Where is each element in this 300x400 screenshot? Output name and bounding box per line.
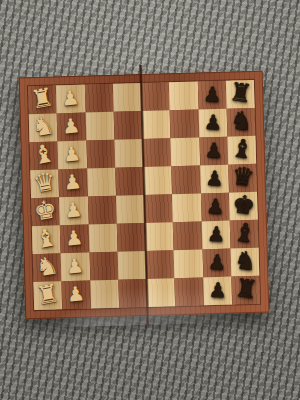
board-grid: ♜♟♟♜♞♟♟♞♝♟♟♝♛♟♟♛♚♟♟♚♝♟♟♝♞♟♟♞♜♟♟♜ (28, 80, 260, 310)
square-h1[interactable]: ♜ (33, 281, 62, 310)
square-d1[interactable]: ♛ (30, 169, 59, 198)
square-h7[interactable]: ♟ (203, 277, 232, 306)
square-e8[interactable]: ♚ (229, 192, 258, 221)
square-f6[interactable] (173, 221, 202, 250)
piece-black-pawn[interactable]: ♟ (206, 224, 225, 245)
square-d2[interactable]: ♟ (59, 169, 88, 198)
piece-black-pawn[interactable]: ♟ (203, 112, 222, 133)
square-h8[interactable]: ♜ (231, 276, 260, 305)
square-e1[interactable]: ♚ (31, 197, 60, 226)
square-a4[interactable] (113, 83, 142, 112)
square-e7[interactable]: ♟ (200, 193, 229, 222)
square-a2[interactable]: ♟ (56, 85, 85, 114)
piece-black-pawn[interactable]: ♟ (205, 168, 224, 189)
square-g6[interactable] (174, 249, 203, 278)
square-g7[interactable]: ♟ (202, 249, 231, 278)
piece-white-king[interactable]: ♚ (32, 195, 59, 224)
piece-black-pawn[interactable]: ♟ (208, 280, 227, 301)
piece-black-rook[interactable]: ♜ (228, 78, 253, 106)
chess-board: ♜♟♟♜♞♟♟♞♝♟♟♝♛♟♟♛♚♟♟♚♝♟♟♝♞♟♟♞♜♟♟♜ (19, 71, 270, 320)
square-f4[interactable] (117, 223, 146, 252)
square-a7[interactable]: ♟ (197, 81, 226, 110)
piece-black-rook[interactable]: ♜ (233, 274, 258, 302)
square-c8[interactable]: ♝ (227, 136, 256, 165)
square-e5[interactable] (144, 194, 173, 223)
square-f8[interactable]: ♝ (229, 220, 258, 249)
square-e6[interactable] (172, 193, 201, 222)
square-c6[interactable] (171, 137, 200, 166)
square-f3[interactable] (88, 224, 117, 253)
piece-black-bishop[interactable]: ♝ (232, 218, 257, 246)
square-b6[interactable] (170, 109, 199, 138)
piece-white-bishop[interactable]: ♝ (33, 223, 60, 252)
square-c4[interactable] (114, 139, 143, 168)
square-g1[interactable]: ♞ (33, 253, 62, 282)
piece-white-pawn[interactable]: ♟ (61, 115, 81, 137)
piece-black-pawn[interactable]: ♟ (204, 140, 223, 161)
square-b3[interactable] (85, 112, 114, 141)
piece-white-rook[interactable]: ♜ (29, 83, 56, 112)
square-c3[interactable] (86, 140, 115, 169)
piece-white-pawn[interactable]: ♟ (64, 199, 84, 221)
square-c7[interactable]: ♟ (199, 137, 228, 166)
square-d5[interactable] (143, 166, 172, 195)
square-h6[interactable] (175, 277, 204, 306)
square-d6[interactable] (171, 165, 200, 194)
square-d7[interactable]: ♟ (200, 165, 229, 194)
square-h2[interactable]: ♟ (62, 281, 91, 310)
square-b1[interactable]: ♞ (29, 113, 58, 142)
square-e2[interactable]: ♟ (59, 197, 88, 226)
square-b4[interactable] (113, 111, 142, 140)
piece-black-knight[interactable]: ♞ (228, 106, 253, 134)
piece-white-pawn[interactable]: ♟ (66, 283, 86, 305)
square-f1[interactable]: ♝ (32, 225, 61, 254)
square-a3[interactable] (84, 84, 113, 113)
square-a8[interactable]: ♜ (226, 80, 255, 109)
piece-black-pawn[interactable]: ♟ (206, 196, 225, 217)
piece-white-pawn[interactable]: ♟ (63, 171, 83, 193)
square-h3[interactable] (90, 280, 119, 309)
piece-white-pawn[interactable]: ♟ (65, 255, 85, 277)
piece-white-bishop[interactable]: ♝ (30, 139, 57, 168)
square-h4[interactable] (118, 279, 147, 308)
square-a5[interactable] (141, 82, 170, 111)
square-g5[interactable] (146, 250, 175, 279)
square-c2[interactable]: ♟ (58, 141, 87, 170)
piece-white-knight[interactable]: ♞ (33, 251, 60, 280)
square-a1[interactable]: ♜ (28, 85, 57, 114)
square-d8[interactable]: ♛ (228, 164, 257, 193)
square-h5[interactable] (146, 278, 175, 307)
square-g2[interactable]: ♟ (61, 253, 90, 282)
piece-black-knight[interactable]: ♞ (232, 246, 257, 274)
square-e4[interactable] (116, 195, 145, 224)
piece-white-knight[interactable]: ♞ (30, 111, 57, 140)
piece-black-king[interactable]: ♚ (231, 190, 256, 218)
piece-black-pawn[interactable]: ♟ (207, 252, 226, 273)
square-b5[interactable] (142, 110, 171, 139)
piece-black-queen[interactable]: ♛ (230, 162, 255, 190)
piece-white-pawn[interactable]: ♟ (61, 87, 81, 109)
square-b7[interactable]: ♟ (198, 109, 227, 138)
carpet-background: ♜♟♟♜♞♟♟♞♝♟♟♝♛♟♟♛♚♟♟♚♝♟♟♝♞♟♟♞♜♟♟♜ (0, 0, 300, 400)
square-f2[interactable]: ♟ (60, 225, 89, 254)
square-c1[interactable]: ♝ (29, 141, 58, 170)
piece-white-queen[interactable]: ♛ (31, 167, 58, 196)
piece-white-pawn[interactable]: ♟ (65, 227, 85, 249)
square-a6[interactable] (169, 81, 198, 110)
square-b2[interactable]: ♟ (57, 113, 86, 142)
piece-white-pawn[interactable]: ♟ (62, 143, 82, 165)
piece-white-rook[interactable]: ♜ (34, 279, 61, 308)
square-g4[interactable] (117, 251, 146, 280)
square-g3[interactable] (89, 252, 118, 281)
square-e3[interactable] (88, 196, 117, 225)
square-d4[interactable] (115, 167, 144, 196)
piece-black-bishop[interactable]: ♝ (229, 134, 254, 162)
square-d3[interactable] (87, 168, 116, 197)
square-c5[interactable] (142, 138, 171, 167)
square-f5[interactable] (145, 222, 174, 251)
piece-black-pawn[interactable]: ♟ (203, 84, 222, 105)
square-g8[interactable]: ♞ (230, 248, 259, 277)
square-b8[interactable]: ♞ (226, 108, 255, 137)
square-f7[interactable]: ♟ (201, 221, 230, 250)
